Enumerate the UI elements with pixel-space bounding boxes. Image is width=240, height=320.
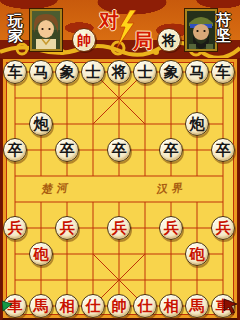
piece-black-炮[interactable]: 炮 [29, 112, 53, 136]
river-label-han: 汉界 [156, 180, 188, 197]
river-label-chu: 楚河 [41, 180, 73, 197]
piece-black-士[interactable]: 士 [133, 60, 157, 84]
piece-red-馬[interactable]: 馬 [185, 294, 209, 318]
piece-black-士[interactable]: 士 [81, 60, 105, 84]
xiangqi-board[interactable]: 楚河 汉界 车马象士将士象马车炮炮卒卒卒卒卒兵兵兵兵兵砲砲車馬相仕帥仕相馬車 [2, 58, 238, 320]
top-bar: 玩家 帥 对 局 将 [0, 0, 240, 58]
piece-black-卒[interactable]: 卒 [159, 138, 183, 162]
piece-black-卒[interactable]: 卒 [211, 138, 235, 162]
mouse-cursor-icon [222, 297, 240, 315]
piece-red-仕[interactable]: 仕 [133, 294, 157, 318]
piece-red-兵[interactable]: 兵 [159, 216, 183, 240]
piece-black-卒[interactable]: 卒 [55, 138, 79, 162]
piece-red-帥[interactable]: 帥 [107, 294, 131, 318]
game-screen: 玩家 帥 对 局 将 [0, 0, 240, 320]
red-general-badge: 帥 [72, 28, 96, 52]
player-avatar-art [32, 11, 60, 49]
piece-red-兵[interactable]: 兵 [211, 216, 235, 240]
piece-red-仕[interactable]: 仕 [81, 294, 105, 318]
piece-black-车[interactable]: 车 [211, 60, 235, 84]
piece-black-卒[interactable]: 卒 [3, 138, 27, 162]
piece-red-相[interactable]: 相 [55, 294, 79, 318]
piece-black-卒[interactable]: 卒 [107, 138, 131, 162]
piece-black-车[interactable]: 车 [3, 60, 27, 84]
player-label: 玩家 [7, 13, 24, 43]
piece-black-炮[interactable]: 炮 [185, 112, 209, 136]
piece-red-兵[interactable]: 兵 [3, 216, 27, 240]
opponent-avatar-art [187, 11, 215, 49]
opponent-avatar [185, 9, 217, 51]
piece-red-砲[interactable]: 砲 [29, 242, 53, 266]
turn-indicator-icon [2, 300, 14, 312]
player-avatar [30, 9, 62, 51]
title-char-ju: 局 [133, 28, 153, 55]
piece-black-将[interactable]: 将 [107, 60, 131, 84]
piece-red-兵[interactable]: 兵 [55, 216, 79, 240]
piece-red-兵[interactable]: 兵 [107, 216, 131, 240]
black-general-badge: 将 [157, 28, 181, 52]
piece-red-砲[interactable]: 砲 [185, 242, 209, 266]
piece-black-象[interactable]: 象 [55, 60, 79, 84]
piece-black-象[interactable]: 象 [159, 60, 183, 84]
piece-black-马[interactable]: 马 [185, 60, 209, 84]
piece-black-马[interactable]: 马 [29, 60, 53, 84]
board-grid [3, 59, 237, 318]
title-char-dui: 对 [99, 7, 119, 34]
piece-red-相[interactable]: 相 [159, 294, 183, 318]
piece-red-馬[interactable]: 馬 [29, 294, 53, 318]
opponent-name: 苻坚 [215, 12, 232, 42]
